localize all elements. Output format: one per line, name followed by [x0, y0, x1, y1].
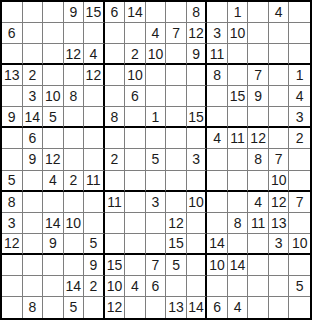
cell-r5c9-empty[interactable] — [166, 86, 187, 107]
cell-r13c9-given: 5 — [166, 255, 187, 276]
cell-r2c13-empty[interactable] — [248, 23, 269, 44]
cell-r11c4-given: 10 — [64, 213, 85, 234]
cell-r11c2-empty[interactable] — [23, 213, 44, 234]
cell-r1c7-given: 14 — [125, 2, 146, 23]
cell-r6c2-given: 14 — [23, 107, 44, 128]
cell-r15c4-given: 5 — [64, 297, 85, 318]
cell-r3c8-given: 10 — [146, 44, 167, 65]
cell-r6c7-empty[interactable] — [125, 107, 146, 128]
cell-r10c9-empty[interactable] — [166, 192, 187, 213]
cell-r10c4-empty[interactable] — [64, 192, 85, 213]
cell-r1c11-empty[interactable] — [207, 2, 228, 23]
cell-r3c10-given: 9 — [187, 44, 208, 65]
cell-r13c4-empty[interactable] — [64, 255, 85, 276]
cell-r13c6-given: 15 — [105, 255, 126, 276]
cell-r15c9-given: 13 — [166, 297, 187, 318]
cell-r14c4-given: 14 — [64, 276, 85, 297]
cell-r7c1-empty[interactable] — [2, 128, 23, 149]
cell-r8c8-given: 5 — [146, 149, 167, 170]
cell-r5c8-empty[interactable] — [146, 86, 167, 107]
cell-r4c6-empty[interactable] — [105, 65, 126, 86]
cell-r12c3-given: 9 — [43, 234, 64, 255]
cell-r13c10-empty[interactable] — [187, 255, 208, 276]
cell-r5c7-given: 6 — [125, 86, 146, 107]
cell-r9c5-given: 11 — [84, 171, 105, 192]
cell-r7c3-empty[interactable] — [43, 128, 64, 149]
cell-r15c14-empty[interactable] — [269, 297, 290, 318]
cell-r7c12-given: 11 — [228, 128, 249, 149]
cell-r5c13-given: 9 — [248, 86, 269, 107]
cell-r7c10-empty[interactable] — [187, 128, 208, 149]
cell-r10c14-given: 12 — [269, 192, 290, 213]
cell-r4c11-given: 8 — [207, 65, 228, 86]
cell-r11c14-given: 13 — [269, 213, 290, 234]
cell-r10c12-empty[interactable] — [228, 192, 249, 213]
cell-r2c12-given: 10 — [228, 23, 249, 44]
cell-r2c8-given: 4 — [146, 23, 167, 44]
cell-r14c7-given: 4 — [125, 276, 146, 297]
cell-r5c3-given: 10 — [43, 86, 64, 107]
cell-r4c10-empty[interactable] — [187, 65, 208, 86]
cell-r11c12-given: 8 — [228, 213, 249, 234]
cell-r11c7-empty[interactable] — [125, 213, 146, 234]
cell-r14c12-empty[interactable] — [228, 276, 249, 297]
cell-r9c11-empty[interactable] — [207, 171, 228, 192]
cell-r10c1-given: 8 — [2, 192, 23, 213]
cell-r9c15-empty[interactable] — [289, 171, 310, 192]
cell-r13c14-empty[interactable] — [269, 255, 290, 276]
cell-r9c10-empty[interactable] — [187, 171, 208, 192]
cell-r9c4-given: 2 — [64, 171, 85, 192]
cell-r9c1-given: 5 — [2, 171, 23, 192]
cell-r12c1-given: 12 — [2, 234, 23, 255]
cell-r1c6-given: 6 — [105, 2, 126, 23]
cell-r6c8-given: 1 — [146, 107, 167, 128]
cell-r12c11-given: 14 — [207, 234, 228, 255]
cell-r4c3-empty[interactable] — [43, 65, 64, 86]
cell-r2c2-empty[interactable] — [23, 23, 44, 44]
cell-r6c12-empty[interactable] — [228, 107, 249, 128]
cell-r6c14-empty[interactable] — [269, 107, 290, 128]
cell-r1c8-empty[interactable] — [146, 2, 167, 23]
cell-r11c9-given: 12 — [166, 213, 187, 234]
cell-r1c14-given: 4 — [269, 2, 290, 23]
cell-r7c4-empty[interactable] — [64, 128, 85, 149]
cell-r1c5-given: 15 — [84, 2, 105, 23]
cell-r7c2-given: 6 — [23, 128, 44, 149]
cell-r10c15-given: 7 — [289, 192, 310, 213]
cell-r14c11-empty[interactable] — [207, 276, 228, 297]
cell-r4c4-empty[interactable] — [64, 65, 85, 86]
cell-r4c8-empty[interactable] — [146, 65, 167, 86]
cell-r4c2-given: 2 — [23, 65, 44, 86]
cell-r10c7-empty[interactable] — [125, 192, 146, 213]
cell-r14c14-empty[interactable] — [269, 276, 290, 297]
cell-r5c4-given: 8 — [64, 86, 85, 107]
cell-r2c14-empty[interactable] — [269, 23, 290, 44]
cell-r7c5-empty[interactable] — [84, 128, 105, 149]
cell-r5c10-empty[interactable] — [187, 86, 208, 107]
cell-r12c9-given: 15 — [166, 234, 187, 255]
cell-r6c11-empty[interactable] — [207, 107, 228, 128]
cell-r8c15-empty[interactable] — [289, 149, 310, 170]
cell-r14c13-empty[interactable] — [248, 276, 269, 297]
cell-r14c3-empty[interactable] — [43, 276, 64, 297]
cell-r3c2-empty[interactable] — [23, 44, 44, 65]
sudoku-board: 9156148146471231012421091113212108713108… — [0, 0, 312, 320]
cell-r13c2-empty[interactable] — [23, 255, 44, 276]
cell-r7c14-empty[interactable] — [269, 128, 290, 149]
cell-r9c2-empty[interactable] — [23, 171, 44, 192]
cell-r4c5-given: 12 — [84, 65, 105, 86]
cell-r5c14-empty[interactable] — [269, 86, 290, 107]
cell-r3c13-empty[interactable] — [248, 44, 269, 65]
cell-r3c1-empty[interactable] — [2, 44, 23, 65]
cell-r12c13-empty[interactable] — [248, 234, 269, 255]
cell-r15c10-given: 14 — [187, 297, 208, 318]
cell-r13c1-empty[interactable] — [2, 255, 23, 276]
cell-r4c14-empty[interactable] — [269, 65, 290, 86]
cell-r14c10-empty[interactable] — [187, 276, 208, 297]
cell-r2c15-empty[interactable] — [289, 23, 310, 44]
cell-r15c12-given: 4 — [228, 297, 249, 318]
cell-r3c11-given: 11 — [207, 44, 228, 65]
cell-r6c5-empty[interactable] — [84, 107, 105, 128]
cell-r1c1-empty[interactable] — [2, 2, 23, 23]
cell-r7c8-empty[interactable] — [146, 128, 167, 149]
cell-r10c8-given: 3 — [146, 192, 167, 213]
cell-r9c7-empty[interactable] — [125, 171, 146, 192]
cell-r15c15-empty[interactable] — [289, 297, 310, 318]
cell-r13c8-given: 7 — [146, 255, 167, 276]
cell-r12c7-empty[interactable] — [125, 234, 146, 255]
cell-r1c9-empty[interactable] — [166, 2, 187, 23]
cell-r2c3-empty[interactable] — [43, 23, 64, 44]
cell-r12c4-empty[interactable] — [64, 234, 85, 255]
cell-r8c3-given: 12 — [43, 149, 64, 170]
cell-r10c6-given: 11 — [105, 192, 126, 213]
cell-r6c4-empty[interactable] — [64, 107, 85, 128]
cell-r2c10-given: 12 — [187, 23, 208, 44]
cell-r11c1-given: 3 — [2, 213, 23, 234]
cell-r13c5-given: 9 — [84, 255, 105, 276]
cell-r5c11-empty[interactable] — [207, 86, 228, 107]
cell-r6c10-given: 15 — [187, 107, 208, 128]
cell-r1c15-empty[interactable] — [289, 2, 310, 23]
cell-r11c6-empty[interactable] — [105, 213, 126, 234]
cell-r2c1-given: 6 — [2, 23, 23, 44]
cell-r11c15-empty[interactable] — [289, 213, 310, 234]
cell-r14c8-given: 6 — [146, 276, 167, 297]
cell-r14c2-empty[interactable] — [23, 276, 44, 297]
cell-r2c4-empty[interactable] — [64, 23, 85, 44]
cell-r15c7-empty[interactable] — [125, 297, 146, 318]
cell-r13c11-given: 10 — [207, 255, 228, 276]
cell-r7c7-empty[interactable] — [125, 128, 146, 149]
cell-r12c15-given: 10 — [289, 234, 310, 255]
cell-r8c5-empty[interactable] — [84, 149, 105, 170]
cell-r7c11-given: 4 — [207, 128, 228, 149]
cell-r4c7-given: 10 — [125, 65, 146, 86]
cell-r15c11-given: 6 — [207, 297, 228, 318]
cell-r14c9-empty[interactable] — [166, 276, 187, 297]
cell-r4c15-given: 1 — [289, 65, 310, 86]
cell-r3c7-given: 2 — [125, 44, 146, 65]
cell-r8c10-given: 3 — [187, 149, 208, 170]
cell-r12c10-empty[interactable] — [187, 234, 208, 255]
cell-r9c8-empty[interactable] — [146, 171, 167, 192]
cell-r6c15-given: 3 — [289, 107, 310, 128]
cell-r5c2-given: 3 — [23, 86, 44, 107]
cell-r3c5-given: 4 — [84, 44, 105, 65]
cell-r13c7-empty[interactable] — [125, 255, 146, 276]
cell-r10c3-empty[interactable] — [43, 192, 64, 213]
cell-r13c13-empty[interactable] — [248, 255, 269, 276]
cell-r15c6-given: 12 — [105, 297, 126, 318]
cell-r2c11-given: 3 — [207, 23, 228, 44]
cell-r8c11-empty[interactable] — [207, 149, 228, 170]
cell-r4c12-empty[interactable] — [228, 65, 249, 86]
cell-r1c13-empty[interactable] — [248, 2, 269, 23]
cell-r12c12-empty[interactable] — [228, 234, 249, 255]
cell-r14c6-given: 10 — [105, 276, 126, 297]
cell-r13c3-empty[interactable] — [43, 255, 64, 276]
cell-r12c5-given: 5 — [84, 234, 105, 255]
cell-r6c9-empty[interactable] — [166, 107, 187, 128]
cell-r11c8-empty[interactable] — [146, 213, 167, 234]
cell-r9c14-given: 10 — [269, 171, 290, 192]
cell-r1c4-given: 9 — [64, 2, 85, 23]
cell-r10c13-given: 4 — [248, 192, 269, 213]
cell-r5c12-given: 15 — [228, 86, 249, 107]
cell-r12c8-empty[interactable] — [146, 234, 167, 255]
cell-r1c10-given: 8 — [187, 2, 208, 23]
cell-r11c13-given: 11 — [248, 213, 269, 234]
cell-r8c12-empty[interactable] — [228, 149, 249, 170]
cell-r11c11-empty[interactable] — [207, 213, 228, 234]
cell-r4c9-empty[interactable] — [166, 65, 187, 86]
cell-r8c13-given: 8 — [248, 149, 269, 170]
cell-r5c5-empty[interactable] — [84, 86, 105, 107]
cell-r11c10-empty[interactable] — [187, 213, 208, 234]
cell-r8c2-given: 9 — [23, 149, 44, 170]
cell-r8c7-empty[interactable] — [125, 149, 146, 170]
cell-r2c7-empty[interactable] — [125, 23, 146, 44]
cell-r14c1-empty[interactable] — [2, 276, 23, 297]
cell-r14c15-given: 5 — [289, 276, 310, 297]
cell-r9c6-empty[interactable] — [105, 171, 126, 192]
cell-r8c9-empty[interactable] — [166, 149, 187, 170]
cell-r8c6-given: 2 — [105, 149, 126, 170]
cell-r1c2-empty[interactable] — [23, 2, 44, 23]
cell-r11c5-empty[interactable] — [84, 213, 105, 234]
cell-r7c15-given: 2 — [289, 128, 310, 149]
cell-r15c3-empty[interactable] — [43, 297, 64, 318]
cell-r13c12-given: 14 — [228, 255, 249, 276]
cell-r1c12-given: 1 — [228, 2, 249, 23]
cell-r2c9-given: 7 — [166, 23, 187, 44]
cell-r10c11-empty[interactable] — [207, 192, 228, 213]
cell-r7c6-empty[interactable] — [105, 128, 126, 149]
cell-r1c3-empty[interactable] — [43, 2, 64, 23]
cell-r5c1-empty[interactable] — [2, 86, 23, 107]
cell-r15c2-given: 8 — [23, 297, 44, 318]
cell-r3c12-empty[interactable] — [228, 44, 249, 65]
cell-r6c13-empty[interactable] — [248, 107, 269, 128]
cell-r10c2-empty[interactable] — [23, 192, 44, 213]
cell-r3c3-empty[interactable] — [43, 44, 64, 65]
cell-r5c15-given: 4 — [289, 86, 310, 107]
cell-r9c13-empty[interactable] — [248, 171, 269, 192]
cell-r6c6-given: 8 — [105, 107, 126, 128]
cell-r2c5-empty[interactable] — [84, 23, 105, 44]
cell-r9c12-empty[interactable] — [228, 171, 249, 192]
cell-r15c1-empty[interactable] — [2, 297, 23, 318]
cell-r12c2-empty[interactable] — [23, 234, 44, 255]
cell-r15c5-empty[interactable] — [84, 297, 105, 318]
cell-r3c15-empty[interactable] — [289, 44, 310, 65]
cell-r15c13-empty[interactable] — [248, 297, 269, 318]
cell-r3c4-given: 12 — [64, 44, 85, 65]
cell-r10c5-empty[interactable] — [84, 192, 105, 213]
cell-r12c14-given: 3 — [269, 234, 290, 255]
cell-r2c6-empty[interactable] — [105, 23, 126, 44]
cell-r7c9-empty[interactable] — [166, 128, 187, 149]
cell-r3c9-empty[interactable] — [166, 44, 187, 65]
cell-r8c4-empty[interactable] — [64, 149, 85, 170]
cell-r8c1-empty[interactable] — [2, 149, 23, 170]
cell-r15c8-empty[interactable] — [146, 297, 167, 318]
cell-r6c3-given: 5 — [43, 107, 64, 128]
cell-r4c1-given: 13 — [2, 65, 23, 86]
cell-r13c15-empty[interactable] — [289, 255, 310, 276]
cell-r11c3-given: 14 — [43, 213, 64, 234]
cell-r6c1-given: 9 — [2, 107, 23, 128]
cell-r12c6-empty[interactable] — [105, 234, 126, 255]
cell-r8c14-given: 7 — [269, 149, 290, 170]
cell-r3c14-empty[interactable] — [269, 44, 290, 65]
cell-r14c5-given: 2 — [84, 276, 105, 297]
cell-r10c10-given: 10 — [187, 192, 208, 213]
cell-r3c6-empty[interactable] — [105, 44, 126, 65]
cell-r4c13-given: 7 — [248, 65, 269, 86]
cell-r5c6-empty[interactable] — [105, 86, 126, 107]
cell-r9c3-given: 4 — [43, 171, 64, 192]
cell-r7c13-given: 12 — [248, 128, 269, 149]
cell-r9c9-empty[interactable] — [166, 171, 187, 192]
